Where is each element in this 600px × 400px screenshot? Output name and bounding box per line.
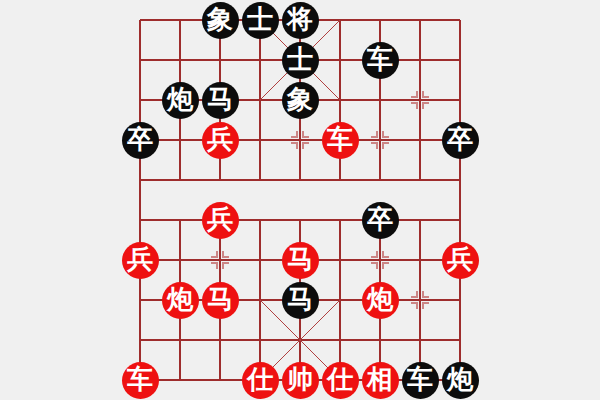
piece-red-elephant[interactable]: 相 bbox=[362, 362, 399, 399]
piece-grid: 象士将士车炮马象卒兵车卒兵卒兵马兵炮马马炮车仕帅仕相车炮 bbox=[120, 0, 480, 400]
marker-corner-nw bbox=[211, 251, 218, 258]
piece-red-soldier[interactable]: 兵 bbox=[122, 242, 159, 279]
piece-glyph: 车 bbox=[407, 366, 433, 392]
piece-glyph: 车 bbox=[367, 46, 393, 72]
piece-red-cannon[interactable]: 炮 bbox=[362, 282, 399, 319]
piece-black-cannon[interactable]: 炮 bbox=[442, 362, 479, 399]
marker-corner-ne bbox=[382, 131, 389, 138]
piece-glyph: 象 bbox=[287, 86, 313, 112]
piece-glyph: 炮 bbox=[167, 286, 193, 312]
piece-glyph: 兵 bbox=[447, 246, 473, 272]
move-point-marker bbox=[370, 250, 390, 270]
piece-glyph: 炮 bbox=[167, 86, 193, 112]
marker-corner-nw bbox=[411, 291, 418, 298]
piece-red-advisor[interactable]: 仕 bbox=[242, 362, 279, 399]
piece-black-chariot[interactable]: 车 bbox=[402, 362, 439, 399]
piece-glyph: 马 bbox=[207, 286, 233, 312]
move-point-marker bbox=[410, 290, 430, 310]
piece-glyph: 兵 bbox=[127, 246, 153, 272]
marker-corner-nw bbox=[371, 131, 378, 138]
piece-black-chariot[interactable]: 车 bbox=[362, 42, 399, 79]
marker-corner-nw bbox=[371, 251, 378, 258]
marker-corner-nw bbox=[411, 91, 418, 98]
piece-glyph: 车 bbox=[127, 366, 153, 392]
piece-glyph: 卒 bbox=[367, 206, 393, 232]
piece-red-soldier[interactable]: 兵 bbox=[442, 242, 479, 279]
piece-black-elephant[interactable]: 象 bbox=[282, 82, 319, 119]
piece-red-horse[interactable]: 马 bbox=[282, 242, 319, 279]
piece-black-horse[interactable]: 马 bbox=[202, 82, 239, 119]
piece-red-soldier[interactable]: 兵 bbox=[202, 202, 239, 239]
move-point-marker bbox=[210, 250, 230, 270]
marker-corner-se bbox=[422, 302, 429, 309]
marker-corner-ne bbox=[422, 291, 429, 298]
marker-corner-ne bbox=[422, 91, 429, 98]
piece-glyph: 帅 bbox=[287, 366, 313, 392]
piece-black-soldier[interactable]: 卒 bbox=[122, 122, 159, 159]
piece-glyph: 马 bbox=[207, 86, 233, 112]
piece-black-elephant[interactable]: 象 bbox=[202, 2, 239, 39]
move-point-marker bbox=[370, 130, 390, 150]
marker-corner-sw bbox=[411, 102, 418, 109]
piece-black-soldier[interactable]: 卒 bbox=[362, 202, 399, 239]
piece-black-advisor[interactable]: 士 bbox=[242, 2, 279, 39]
marker-corner-sw bbox=[291, 142, 298, 149]
marker-corner-sw bbox=[211, 262, 218, 269]
piece-glyph: 马 bbox=[287, 286, 313, 312]
xiangqi-app-canvas: 象士将士车炮马象卒兵车卒兵卒兵马兵炮马马炮车仕帅仕相车炮 bbox=[0, 0, 600, 400]
move-point-marker bbox=[290, 130, 310, 150]
piece-black-general[interactable]: 将 bbox=[282, 2, 319, 39]
marker-corner-se bbox=[382, 142, 389, 149]
piece-glyph: 车 bbox=[327, 126, 353, 152]
marker-corner-ne bbox=[382, 251, 389, 258]
piece-glyph: 兵 bbox=[207, 206, 233, 232]
piece-black-cannon[interactable]: 炮 bbox=[162, 82, 199, 119]
piece-glyph: 将 bbox=[287, 6, 313, 32]
piece-black-horse[interactable]: 马 bbox=[282, 282, 319, 319]
piece-glyph: 士 bbox=[247, 6, 273, 32]
move-point-marker bbox=[410, 90, 430, 110]
piece-glyph: 马 bbox=[287, 246, 313, 272]
piece-red-soldier[interactable]: 兵 bbox=[202, 122, 239, 159]
marker-corner-se bbox=[222, 262, 229, 269]
marker-corner-se bbox=[302, 142, 309, 149]
piece-glyph: 炮 bbox=[367, 286, 393, 312]
marker-corner-ne bbox=[302, 131, 309, 138]
piece-red-chariot[interactable]: 车 bbox=[322, 122, 359, 159]
marker-corner-sw bbox=[371, 142, 378, 149]
piece-glyph: 炮 bbox=[447, 366, 473, 392]
piece-glyph: 仕 bbox=[247, 366, 273, 392]
piece-glyph: 相 bbox=[367, 366, 393, 392]
piece-red-chariot[interactable]: 车 bbox=[122, 362, 159, 399]
piece-black-advisor[interactable]: 士 bbox=[282, 42, 319, 79]
piece-glyph: 卒 bbox=[447, 126, 473, 152]
piece-glyph: 仕 bbox=[327, 366, 353, 392]
piece-red-cannon[interactable]: 炮 bbox=[162, 282, 199, 319]
marker-corner-se bbox=[382, 262, 389, 269]
marker-corner-sw bbox=[371, 262, 378, 269]
piece-glyph: 象 bbox=[207, 6, 233, 32]
piece-glyph: 兵 bbox=[207, 126, 233, 152]
marker-corner-sw bbox=[411, 302, 418, 309]
piece-red-advisor[interactable]: 仕 bbox=[322, 362, 359, 399]
marker-corner-se bbox=[422, 102, 429, 109]
piece-glyph: 士 bbox=[287, 46, 313, 72]
piece-glyph: 卒 bbox=[127, 126, 153, 152]
piece-red-general[interactable]: 帅 bbox=[282, 362, 319, 399]
marker-corner-ne bbox=[222, 251, 229, 258]
piece-red-horse[interactable]: 马 bbox=[202, 282, 239, 319]
marker-corner-nw bbox=[291, 131, 298, 138]
xiangqi-board[interactable]: 象士将士车炮马象卒兵车卒兵卒兵马兵炮马马炮车仕帅仕相车炮 bbox=[120, 0, 480, 400]
piece-black-soldier[interactable]: 卒 bbox=[442, 122, 479, 159]
